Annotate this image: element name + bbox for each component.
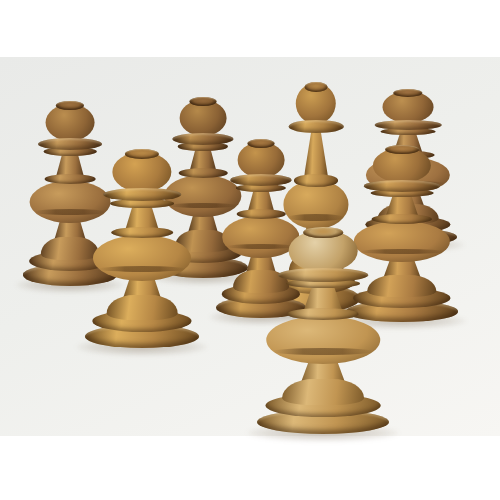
collar-disc-upper xyxy=(364,180,440,192)
collar-disc-upper xyxy=(103,188,181,201)
body-bulb xyxy=(93,235,191,281)
pawn-front-pale xyxy=(257,226,389,434)
flat-button-finial xyxy=(305,82,328,92)
base-dome xyxy=(282,379,364,405)
body-ridge-line xyxy=(99,266,186,272)
photo-of-chess-pawns xyxy=(0,0,500,500)
collar-disc-upper xyxy=(375,120,442,130)
flat-button-finial xyxy=(248,139,275,148)
collar-disc-upper xyxy=(289,120,344,133)
collar-disc-upper xyxy=(278,268,368,282)
mid-ring-disc xyxy=(111,227,173,238)
neck xyxy=(304,131,328,176)
pawn-front-left xyxy=(85,148,199,348)
flat-button-finial xyxy=(385,145,419,154)
flat-button-finial xyxy=(190,97,217,106)
collar-disc-upper xyxy=(230,174,291,186)
mid-ring-disc xyxy=(372,214,432,224)
flat-button-finial xyxy=(125,149,159,159)
flat-button-finial xyxy=(393,89,422,97)
mid-ring-disc xyxy=(237,209,286,219)
base-dome xyxy=(107,295,178,320)
body-bulb xyxy=(266,316,380,364)
